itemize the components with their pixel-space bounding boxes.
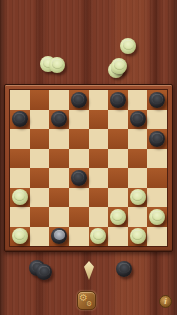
checker-piece-dark[interactable]	[51, 111, 67, 127]
king-crown-emblem	[56, 234, 62, 238]
board-cell[interactable]	[108, 110, 128, 130]
board-cell[interactable]	[30, 149, 50, 169]
board-cell[interactable]	[30, 110, 50, 130]
board-cell[interactable]	[147, 149, 167, 169]
checker-piece-light[interactable]	[130, 228, 146, 244]
board-cell[interactable]	[108, 149, 128, 169]
checker-piece-dark-king[interactable]	[51, 228, 67, 244]
board-cell[interactable]	[69, 207, 89, 227]
board-cell[interactable]	[69, 110, 89, 130]
board-cell[interactable]	[30, 188, 50, 208]
turn-indicator-diamond	[84, 261, 94, 280]
board-cell[interactable]	[30, 227, 50, 247]
checkers-board	[4, 84, 173, 252]
checker-piece-dark[interactable]	[12, 111, 28, 127]
board-cell[interactable]	[147, 168, 167, 188]
board-cell[interactable]	[69, 129, 89, 149]
board-cell[interactable]	[10, 149, 30, 169]
captured-piece-light	[120, 38, 136, 54]
board-cell[interactable]	[49, 207, 69, 227]
board-cell[interactable]	[147, 207, 167, 227]
board-cell[interactable]	[49, 168, 69, 188]
gear-icon-small: ⚙	[86, 300, 92, 307]
checker-piece-dark[interactable]	[110, 92, 126, 108]
checker-piece-light[interactable]	[12, 228, 28, 244]
board-cell[interactable]	[108, 90, 128, 110]
board-cell[interactable]	[89, 227, 109, 247]
captured-piece-light	[49, 57, 65, 73]
board-cell[interactable]	[69, 90, 89, 110]
board-cell[interactable]	[128, 129, 148, 149]
checkers-app-screen: ⚙ ⚙ i	[0, 0, 177, 315]
board-cell[interactable]	[128, 90, 148, 110]
board-cell[interactable]	[10, 188, 30, 208]
board-cell[interactable]	[108, 207, 128, 227]
board-cell[interactable]	[89, 149, 109, 169]
info-button[interactable]: i	[159, 295, 172, 308]
board-cell[interactable]	[49, 227, 69, 247]
board-cell[interactable]	[30, 168, 50, 188]
board-cell[interactable]	[128, 149, 148, 169]
board-cell[interactable]	[89, 110, 109, 130]
board-cell[interactable]	[69, 168, 89, 188]
captured-piece-dark	[36, 264, 52, 280]
board-cell[interactable]	[49, 149, 69, 169]
board-cell[interactable]	[10, 110, 30, 130]
board-cell[interactable]	[69, 188, 89, 208]
board-cell[interactable]	[89, 168, 109, 188]
checker-piece-dark[interactable]	[71, 92, 87, 108]
board-cell[interactable]	[128, 110, 148, 130]
checker-piece-dark[interactable]	[130, 111, 146, 127]
board-cell[interactable]	[49, 129, 69, 149]
board-cell[interactable]	[89, 129, 109, 149]
board-cell[interactable]	[10, 227, 30, 247]
captured-piece-dark	[116, 261, 132, 277]
board-cell[interactable]	[69, 227, 89, 247]
checker-piece-light[interactable]	[149, 209, 165, 225]
board-cell[interactable]	[89, 90, 109, 110]
board-cell[interactable]	[108, 227, 128, 247]
board-cell[interactable]	[128, 227, 148, 247]
board-cell[interactable]	[108, 129, 128, 149]
board-cell[interactable]	[30, 207, 50, 227]
settings-button[interactable]: ⚙ ⚙	[77, 291, 96, 310]
board-grid	[9, 89, 168, 247]
board-cell[interactable]	[89, 207, 109, 227]
board-cell[interactable]	[10, 168, 30, 188]
board-cell[interactable]	[147, 129, 167, 149]
checker-piece-dark[interactable]	[149, 131, 165, 147]
captured-piece-light	[111, 58, 127, 74]
checker-piece-light[interactable]	[12, 189, 28, 205]
checker-piece-light[interactable]	[110, 209, 126, 225]
board-cell[interactable]	[89, 188, 109, 208]
board-cell[interactable]	[10, 207, 30, 227]
board-cell[interactable]	[147, 90, 167, 110]
board-cell[interactable]	[147, 188, 167, 208]
board-cell[interactable]	[128, 207, 148, 227]
board-cell[interactable]	[49, 188, 69, 208]
checker-piece-light[interactable]	[90, 228, 106, 244]
board-cell[interactable]	[128, 188, 148, 208]
board-cell[interactable]	[147, 227, 167, 247]
board-cell[interactable]	[30, 129, 50, 149]
board-cell[interactable]	[49, 110, 69, 130]
info-button-label: i	[164, 297, 167, 306]
board-cell[interactable]	[10, 90, 30, 110]
checker-piece-light[interactable]	[130, 189, 146, 205]
board-cell[interactable]	[128, 168, 148, 188]
board-cell[interactable]	[30, 90, 50, 110]
board-cell[interactable]	[108, 188, 128, 208]
board-cell[interactable]	[49, 90, 69, 110]
board-cell[interactable]	[69, 149, 89, 169]
checker-piece-dark[interactable]	[71, 170, 87, 186]
checker-piece-dark[interactable]	[149, 92, 165, 108]
board-cell[interactable]	[10, 129, 30, 149]
board-cell[interactable]	[108, 168, 128, 188]
board-cell[interactable]	[147, 110, 167, 130]
